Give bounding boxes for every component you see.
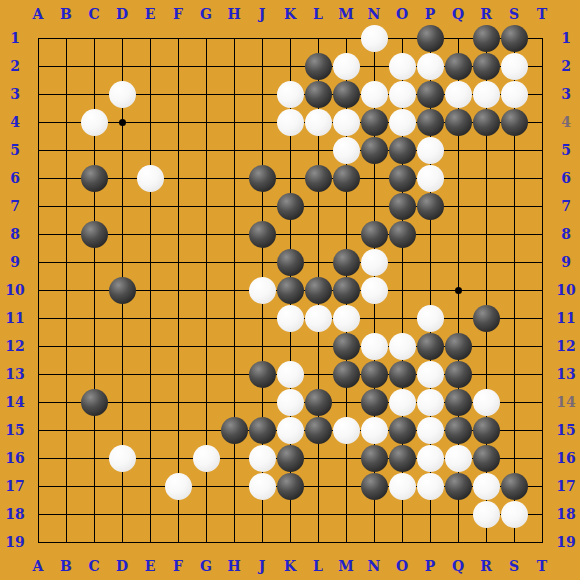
coord-left-15: 15 [0,420,30,440]
stone-black-L10 [305,277,332,304]
stone-white-P2 [417,53,444,80]
stone-black-C14 [81,389,108,416]
stone-black-R11 [473,305,500,332]
stone-white-N15 [361,417,388,444]
stone-white-N12 [361,333,388,360]
stone-white-P6 [417,165,444,192]
stone-black-M9 [333,249,360,276]
coord-right-5: 5 [552,140,580,160]
stone-white-P16 [417,445,444,472]
coord-top-M: M [332,4,360,24]
coord-right-8: 8 [552,224,580,244]
coord-left-19: 19 [0,532,30,552]
stone-white-P15 [417,417,444,444]
coord-bottom-K: K [276,556,304,576]
coord-left-2: 2 [0,56,30,76]
stone-black-O6 [389,165,416,192]
stone-white-S18 [501,501,528,528]
stone-black-R1 [473,25,500,52]
stone-black-M6 [333,165,360,192]
stone-black-N16 [361,445,388,472]
coord-right-14: 14 [552,392,580,412]
coord-top-R: R [472,4,500,24]
coord-top-C: C [80,4,108,24]
stone-black-P1 [417,25,444,52]
stone-black-S17 [501,473,528,500]
stone-black-N4 [361,109,388,136]
stone-black-N14 [361,389,388,416]
grid-line-vertical [542,38,543,543]
stone-white-K13 [277,361,304,388]
stone-white-M4 [333,109,360,136]
stone-white-O12 [389,333,416,360]
stone-white-O3 [389,81,416,108]
coord-right-18: 18 [552,504,580,524]
coord-bottom-L: L [304,556,332,576]
stone-black-M3 [333,81,360,108]
stone-white-D16 [109,445,136,472]
coord-right-6: 6 [552,168,580,188]
stone-black-L15 [305,417,332,444]
stone-white-F17 [165,473,192,500]
coord-bottom-A: A [24,556,52,576]
stone-black-J15 [249,417,276,444]
coord-left-12: 12 [0,336,30,356]
stone-black-K9 [277,249,304,276]
stone-black-J6 [249,165,276,192]
stone-white-Q16 [445,445,472,472]
coord-bottom-O: O [388,556,416,576]
coord-right-12: 12 [552,336,580,356]
coord-bottom-H: H [220,556,248,576]
stone-white-R14 [473,389,500,416]
stone-black-O16 [389,445,416,472]
coord-bottom-C: C [80,556,108,576]
coord-bottom-Q: Q [444,556,472,576]
coord-top-H: H [220,4,248,24]
stone-black-N13 [361,361,388,388]
stone-white-L11 [305,305,332,332]
coord-top-Q: Q [444,4,472,24]
coord-right-9: 9 [552,252,580,272]
coord-left-9: 9 [0,252,30,272]
stone-black-L3 [305,81,332,108]
stone-white-P13 [417,361,444,388]
coord-left-10: 10 [0,280,30,300]
coord-left-4: 4 [0,112,30,132]
stone-white-S3 [501,81,528,108]
stone-white-L4 [305,109,332,136]
stone-black-Q13 [445,361,472,388]
stone-white-M15 [333,417,360,444]
coord-left-5: 5 [0,140,30,160]
coord-right-4: 4 [552,112,580,132]
coord-right-16: 16 [552,448,580,468]
stone-white-C4 [81,109,108,136]
stone-black-C6 [81,165,108,192]
coord-top-J: J [248,4,276,24]
stone-white-K3 [277,81,304,108]
coord-top-O: O [388,4,416,24]
stone-white-E6 [137,165,164,192]
stone-black-R4 [473,109,500,136]
stone-black-P4 [417,109,444,136]
stone-black-O7 [389,193,416,220]
stone-white-G16 [193,445,220,472]
stone-white-K11 [277,305,304,332]
stone-white-N10 [361,277,388,304]
stone-black-L14 [305,389,332,416]
stone-black-O15 [389,417,416,444]
stone-white-R3 [473,81,500,108]
coord-top-D: D [108,4,136,24]
stone-white-J16 [249,445,276,472]
coord-bottom-F: F [164,556,192,576]
coord-right-19: 19 [552,532,580,552]
coord-bottom-S: S [500,556,528,576]
grid-line-horizontal [38,542,543,543]
coord-bottom-B: B [52,556,80,576]
stone-white-P11 [417,305,444,332]
stone-white-N1 [361,25,388,52]
stone-white-N3 [361,81,388,108]
stone-black-O5 [389,137,416,164]
coord-top-A: A [24,4,52,24]
coord-bottom-M: M [332,556,360,576]
stone-black-K10 [277,277,304,304]
stone-white-P14 [417,389,444,416]
stone-black-S4 [501,109,528,136]
coord-bottom-N: N [360,556,388,576]
stone-black-H15 [221,417,248,444]
star-point-Q10 [455,287,462,294]
stone-black-D10 [109,277,136,304]
stone-white-K4 [277,109,304,136]
stone-black-C8 [81,221,108,248]
stone-black-M10 [333,277,360,304]
stone-black-M13 [333,361,360,388]
stone-white-O17 [389,473,416,500]
stone-black-R15 [473,417,500,444]
stone-black-R16 [473,445,500,472]
stone-white-Q3 [445,81,472,108]
stone-black-Q15 [445,417,472,444]
stone-white-J17 [249,473,276,500]
stone-white-N9 [361,249,388,276]
stone-white-P5 [417,137,444,164]
stone-black-O8 [389,221,416,248]
coord-right-1: 1 [552,28,580,48]
coord-bottom-J: J [248,556,276,576]
coord-top-E: E [136,4,164,24]
coord-left-3: 3 [0,84,30,104]
stone-black-L2 [305,53,332,80]
go-board[interactable]: AABBCCDDEEFFGGHHJJKKLLMMNNOOPPQQRRSSTT11… [0,0,580,580]
stone-black-Q12 [445,333,472,360]
stone-white-O2 [389,53,416,80]
star-point-D4 [119,119,126,126]
stone-black-P12 [417,333,444,360]
coord-top-T: T [528,4,556,24]
stone-white-O4 [389,109,416,136]
stone-black-N8 [361,221,388,248]
stone-white-D3 [109,81,136,108]
coord-bottom-E: E [136,556,164,576]
coord-left-11: 11 [0,308,30,328]
stone-black-J8 [249,221,276,248]
stone-black-K16 [277,445,304,472]
coord-top-G: G [192,4,220,24]
coord-bottom-P: P [416,556,444,576]
coord-left-1: 1 [0,28,30,48]
stone-white-M11 [333,305,360,332]
coord-left-13: 13 [0,364,30,384]
stone-black-Q14 [445,389,472,416]
coord-left-18: 18 [0,504,30,524]
coord-top-B: B [52,4,80,24]
coord-bottom-G: G [192,556,220,576]
coord-bottom-R: R [472,556,500,576]
coord-left-7: 7 [0,196,30,216]
coord-right-15: 15 [552,420,580,440]
stone-black-N17 [361,473,388,500]
stone-black-N5 [361,137,388,164]
coord-bottom-D: D [108,556,136,576]
stone-white-M2 [333,53,360,80]
stone-black-Q2 [445,53,472,80]
coord-left-16: 16 [0,448,30,468]
grid-line-horizontal [38,514,543,515]
stone-black-L6 [305,165,332,192]
stone-black-J13 [249,361,276,388]
stone-white-S2 [501,53,528,80]
stone-black-O13 [389,361,416,388]
stone-black-P3 [417,81,444,108]
coord-right-13: 13 [552,364,580,384]
coord-left-6: 6 [0,168,30,188]
stone-black-P7 [417,193,444,220]
stone-black-Q4 [445,109,472,136]
stone-white-P17 [417,473,444,500]
coord-top-P: P [416,4,444,24]
coord-top-K: K [276,4,304,24]
coord-bottom-T: T [528,556,556,576]
coord-left-17: 17 [0,476,30,496]
coord-top-S: S [500,4,528,24]
coord-left-14: 14 [0,392,30,412]
coord-right-7: 7 [552,196,580,216]
coord-right-17: 17 [552,476,580,496]
coord-right-11: 11 [552,308,580,328]
stone-black-Q17 [445,473,472,500]
stone-black-S1 [501,25,528,52]
stone-black-R2 [473,53,500,80]
stone-white-R17 [473,473,500,500]
coord-top-N: N [360,4,388,24]
stone-white-R18 [473,501,500,528]
stone-black-M12 [333,333,360,360]
coord-right-10: 10 [552,280,580,300]
stone-white-K15 [277,417,304,444]
coord-right-3: 3 [552,84,580,104]
coord-top-L: L [304,4,332,24]
coord-right-2: 2 [552,56,580,76]
stone-white-O14 [389,389,416,416]
coord-top-F: F [164,4,192,24]
stone-white-K14 [277,389,304,416]
stone-black-K17 [277,473,304,500]
coord-left-8: 8 [0,224,30,244]
stone-black-K7 [277,193,304,220]
stone-white-J10 [249,277,276,304]
stone-white-M5 [333,137,360,164]
